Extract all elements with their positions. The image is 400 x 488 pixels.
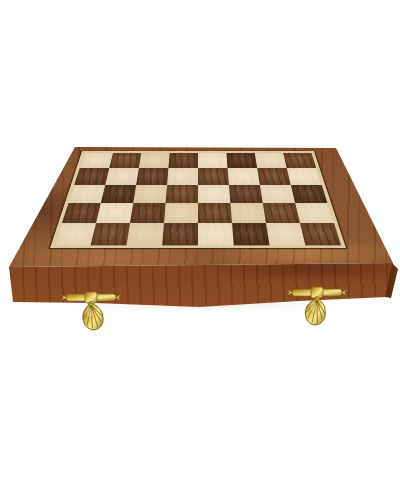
board-square	[162, 223, 198, 245]
board-square	[167, 168, 198, 185]
board-square	[283, 153, 316, 168]
board-square	[101, 185, 136, 203]
board-square	[255, 153, 287, 168]
left-brass-clasp	[60, 281, 122, 333]
board-square	[257, 168, 291, 185]
board-square	[198, 153, 228, 168]
board-square	[62, 203, 101, 223]
board-square	[105, 168, 139, 185]
board-square	[232, 223, 270, 245]
board-square	[228, 168, 260, 185]
board-square	[130, 203, 166, 223]
board-square	[133, 185, 167, 203]
board-square	[96, 203, 133, 223]
board-square	[295, 203, 334, 223]
board-square	[166, 185, 198, 203]
board-square	[230, 203, 266, 223]
board-square	[260, 185, 295, 203]
board-square	[198, 168, 229, 185]
board-square	[91, 223, 130, 245]
board-square	[126, 223, 164, 245]
clasp-shell-pendant	[80, 301, 105, 331]
board-square	[266, 223, 305, 245]
board-square	[300, 223, 341, 245]
chess-board	[50, 151, 346, 248]
board-square	[74, 168, 109, 185]
board-square	[55, 223, 96, 245]
chess-box-photo	[0, 0, 400, 488]
clasp-shell-pendant	[304, 297, 326, 326]
board-square	[263, 203, 300, 223]
board-square	[164, 203, 198, 223]
board-square	[226, 153, 257, 168]
board-square	[109, 153, 141, 168]
board-square	[139, 153, 170, 168]
board-square	[198, 203, 232, 223]
board-square	[287, 168, 322, 185]
board-square	[229, 185, 263, 203]
board-square	[168, 153, 198, 168]
board-square	[68, 185, 105, 203]
board-square	[80, 153, 113, 168]
board-square	[198, 223, 234, 245]
right-brass-clasp	[286, 276, 348, 328]
board-square	[136, 168, 168, 185]
board-square	[198, 185, 230, 203]
board-square	[291, 185, 328, 203]
